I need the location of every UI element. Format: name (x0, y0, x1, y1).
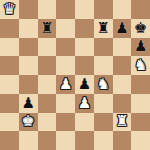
square-a3[interactable] (0, 94, 19, 113)
square-c8[interactable] (38, 0, 57, 19)
white-rook[interactable]: ♜ (115, 114, 128, 129)
square-d2[interactable] (56, 113, 75, 132)
square-b4[interactable] (19, 75, 38, 94)
chess-board-wrapper: ♛♜♜♟♚♟♞♟♟♞♟♟♚♜ (0, 0, 150, 150)
square-a5[interactable] (0, 56, 19, 75)
square-e4[interactable]: ♟ (75, 75, 94, 94)
square-c3[interactable] (38, 94, 57, 113)
square-f8[interactable] (94, 0, 113, 19)
square-e5[interactable] (75, 56, 94, 75)
square-h6[interactable]: ♟ (131, 38, 150, 57)
square-e7[interactable] (75, 19, 94, 38)
white-pawn[interactable]: ♟ (78, 95, 91, 110)
black-rook[interactable]: ♜ (40, 20, 53, 35)
square-e8[interactable] (75, 0, 94, 19)
black-pawn[interactable]: ♟ (21, 95, 34, 110)
square-c1[interactable] (38, 131, 57, 150)
square-f7[interactable]: ♜ (94, 19, 113, 38)
square-b8[interactable] (19, 0, 38, 19)
square-d1[interactable] (56, 131, 75, 150)
square-g8[interactable] (113, 0, 132, 19)
square-h7[interactable]: ♚ (131, 19, 150, 38)
square-e3[interactable]: ♟ (75, 94, 94, 113)
square-c2[interactable] (38, 113, 57, 132)
square-e2[interactable] (75, 113, 94, 132)
square-g4[interactable] (113, 75, 132, 94)
square-g5[interactable] (113, 56, 132, 75)
square-f3[interactable] (94, 94, 113, 113)
square-d5[interactable] (56, 56, 75, 75)
black-king[interactable]: ♚ (134, 20, 147, 35)
square-b3[interactable]: ♟ (19, 94, 38, 113)
square-f1[interactable] (94, 131, 113, 150)
square-a4[interactable] (0, 75, 19, 94)
square-c6[interactable] (38, 38, 57, 57)
square-a6[interactable] (0, 38, 19, 57)
square-b2[interactable]: ♚ (19, 113, 38, 132)
square-f5[interactable] (94, 56, 113, 75)
black-pawn[interactable]: ♟ (78, 76, 91, 91)
square-a1[interactable] (0, 131, 19, 150)
square-b5[interactable] (19, 56, 38, 75)
square-a2[interactable] (0, 113, 19, 132)
black-rook[interactable]: ♜ (96, 20, 109, 35)
square-f2[interactable] (94, 113, 113, 132)
square-a8[interactable]: ♛ (0, 0, 19, 19)
square-b6[interactable] (19, 38, 38, 57)
square-d7[interactable] (56, 19, 75, 38)
square-g3[interactable] (113, 94, 132, 113)
square-h5[interactable]: ♞ (131, 56, 150, 75)
square-h1[interactable] (131, 131, 150, 150)
square-d8[interactable] (56, 0, 75, 19)
white-knight[interactable]: ♞ (96, 76, 109, 91)
square-d6[interactable] (56, 38, 75, 57)
square-g6[interactable] (113, 38, 132, 57)
square-e1[interactable] (75, 131, 94, 150)
square-e6[interactable] (75, 38, 94, 57)
square-g7[interactable]: ♟ (113, 19, 132, 38)
square-g1[interactable] (113, 131, 132, 150)
black-pawn[interactable]: ♟ (134, 39, 147, 54)
square-a7[interactable] (0, 19, 19, 38)
white-knight[interactable]: ♞ (134, 58, 147, 73)
square-f4[interactable]: ♞ (94, 75, 113, 94)
square-d3[interactable] (56, 94, 75, 113)
square-c4[interactable] (38, 75, 57, 94)
square-c7[interactable]: ♜ (38, 19, 57, 38)
square-h4[interactable] (131, 75, 150, 94)
square-f6[interactable] (94, 38, 113, 57)
white-queen[interactable]: ♛ (3, 1, 16, 16)
square-h3[interactable] (131, 94, 150, 113)
square-b1[interactable] (19, 131, 38, 150)
square-c5[interactable] (38, 56, 57, 75)
square-h8[interactable] (131, 0, 150, 19)
black-pawn[interactable]: ♟ (115, 20, 128, 35)
square-g2[interactable]: ♜ (113, 113, 132, 132)
square-d4[interactable]: ♟ (56, 75, 75, 94)
white-pawn[interactable]: ♟ (59, 76, 72, 91)
square-h2[interactable] (131, 113, 150, 132)
chess-board: ♛♜♜♟♚♟♞♟♟♞♟♟♚♜ (0, 0, 150, 150)
square-b7[interactable] (19, 19, 38, 38)
white-king[interactable]: ♚ (21, 114, 34, 129)
